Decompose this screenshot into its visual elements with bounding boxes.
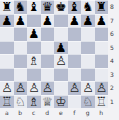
square-h5[interactable] bbox=[95, 41, 109, 55]
square-h8[interactable]: ♜ bbox=[95, 0, 109, 14]
square-a8[interactable]: ♜ bbox=[0, 0, 14, 14]
black-knight: ♞ bbox=[82, 0, 93, 13]
square-c2[interactable]: ♙ bbox=[27, 81, 41, 95]
white-bishop: ♗ bbox=[28, 54, 39, 67]
square-d1[interactable]: ♕ bbox=[41, 95, 55, 109]
square-f4[interactable] bbox=[68, 54, 82, 68]
square-e3[interactable] bbox=[54, 68, 68, 82]
black-pawn: ♟ bbox=[96, 14, 107, 27]
white-knight: ♘ bbox=[82, 95, 93, 108]
black-pawn: ♟ bbox=[82, 14, 93, 27]
rank-label-4: 4 bbox=[108, 54, 119, 68]
square-f7[interactable]: ♟ bbox=[68, 14, 82, 28]
square-b6[interactable] bbox=[14, 27, 28, 41]
rank-label-6: 6 bbox=[108, 27, 119, 41]
white-pawn: ♙ bbox=[96, 81, 107, 94]
square-g7[interactable]: ♟ bbox=[81, 14, 95, 28]
square-a1[interactable]: ♖ bbox=[0, 95, 14, 109]
rank-label-8: 8 bbox=[108, 0, 119, 14]
square-c7[interactable] bbox=[27, 14, 41, 28]
square-g1[interactable]: ♘ bbox=[81, 95, 95, 109]
square-b2[interactable]: ♙ bbox=[14, 81, 28, 95]
square-b7[interactable]: ♟ bbox=[14, 14, 28, 28]
square-d8[interactable]: ♛ bbox=[41, 0, 55, 14]
square-b8[interactable]: ♞ bbox=[14, 0, 28, 14]
square-e7[interactable] bbox=[54, 14, 68, 28]
rank-labels: 87654321 bbox=[108, 0, 119, 108]
square-h4[interactable] bbox=[95, 54, 109, 68]
square-g5[interactable] bbox=[81, 41, 95, 55]
white-pawn: ♙ bbox=[69, 81, 80, 94]
square-f5[interactable] bbox=[68, 41, 82, 55]
square-c5[interactable] bbox=[27, 41, 41, 55]
file-label-a: a bbox=[0, 108, 14, 120]
black-rook: ♜ bbox=[1, 0, 12, 13]
square-d6[interactable] bbox=[41, 27, 55, 41]
black-king: ♚ bbox=[55, 0, 66, 13]
square-c4[interactable]: ♗ bbox=[27, 54, 41, 68]
file-label-b: b bbox=[14, 108, 28, 120]
file-label-f: f bbox=[68, 108, 82, 120]
square-b1[interactable]: ♘ bbox=[14, 95, 28, 109]
square-g3[interactable] bbox=[81, 68, 95, 82]
black-pawn: ♟ bbox=[1, 14, 12, 27]
black-pawn: ♟ bbox=[69, 14, 80, 27]
white-rook: ♖ bbox=[96, 95, 107, 108]
white-rook: ♖ bbox=[1, 95, 12, 108]
square-c6[interactable]: ♟ bbox=[27, 27, 41, 41]
white-pawn: ♙ bbox=[82, 81, 93, 94]
square-e4[interactable]: ♙ bbox=[54, 54, 68, 68]
white-queen: ♕ bbox=[42, 95, 53, 108]
square-g4[interactable] bbox=[81, 54, 95, 68]
square-d2[interactable]: ♙ bbox=[41, 81, 55, 95]
square-f2[interactable]: ♙ bbox=[68, 81, 82, 95]
file-label-e: e bbox=[54, 108, 68, 120]
black-pawn: ♟ bbox=[28, 27, 39, 40]
white-pawn: ♙ bbox=[42, 81, 53, 94]
square-b5[interactable] bbox=[14, 41, 28, 55]
rank-label-1: 1 bbox=[108, 95, 119, 109]
square-h6[interactable] bbox=[95, 27, 109, 41]
file-labels: abcdefgh bbox=[0, 108, 108, 120]
square-d7[interactable]: ♟ bbox=[41, 14, 55, 28]
white-pawn: ♙ bbox=[28, 81, 39, 94]
file-label-h: h bbox=[95, 108, 109, 120]
square-e6[interactable] bbox=[54, 27, 68, 41]
square-g2[interactable]: ♙ bbox=[81, 81, 95, 95]
square-d4[interactable] bbox=[41, 54, 55, 68]
file-label-g: g bbox=[81, 108, 95, 120]
black-queen: ♛ bbox=[42, 0, 53, 13]
square-c3[interactable] bbox=[27, 68, 41, 82]
square-h3[interactable] bbox=[95, 68, 109, 82]
chessboard: ♜♞♝♛♚♝♞♜♟♟♟♟♟♟♟♟♗♙♙♙♙♙♙♙♙♖♘♗♕♔♘♖ bbox=[0, 0, 108, 108]
square-e1[interactable]: ♔ bbox=[54, 95, 68, 109]
chess-app: ♜♞♝♛♚♝♞♜♟♟♟♟♟♟♟♟♗♙♙♙♙♙♙♙♙♖♘♗♕♔♘♖ 8765432… bbox=[0, 0, 119, 120]
white-pawn: ♙ bbox=[15, 81, 26, 94]
square-d5[interactable] bbox=[41, 41, 55, 55]
square-e8[interactable]: ♚ bbox=[54, 0, 68, 14]
square-c8[interactable]: ♝ bbox=[27, 0, 41, 14]
square-e2[interactable] bbox=[54, 81, 68, 95]
square-f3[interactable] bbox=[68, 68, 82, 82]
square-g8[interactable]: ♞ bbox=[81, 0, 95, 14]
black-bishop: ♝ bbox=[28, 0, 39, 13]
corner-spacer bbox=[108, 108, 119, 120]
square-f6[interactable] bbox=[68, 27, 82, 41]
white-pawn: ♙ bbox=[55, 54, 66, 67]
square-a7[interactable]: ♟ bbox=[0, 14, 14, 28]
square-a4[interactable] bbox=[0, 54, 14, 68]
rank-label-5: 5 bbox=[108, 41, 119, 55]
square-a3[interactable] bbox=[0, 68, 14, 82]
white-bishop: ♗ bbox=[28, 95, 39, 108]
rank-label-7: 7 bbox=[108, 14, 119, 28]
black-knight: ♞ bbox=[15, 0, 26, 13]
square-b3[interactable] bbox=[14, 68, 28, 82]
square-h1[interactable]: ♖ bbox=[95, 95, 109, 109]
square-a5[interactable] bbox=[0, 41, 14, 55]
square-h2[interactable]: ♙ bbox=[95, 81, 109, 95]
black-pawn: ♟ bbox=[15, 14, 26, 27]
square-a6[interactable] bbox=[0, 27, 14, 41]
square-f8[interactable]: ♝ bbox=[68, 0, 82, 14]
white-knight: ♘ bbox=[15, 95, 26, 108]
file-label-c: c bbox=[27, 108, 41, 120]
black-pawn: ♟ bbox=[55, 41, 66, 54]
square-b4[interactable] bbox=[14, 54, 28, 68]
square-f1[interactable] bbox=[68, 95, 82, 109]
square-a2[interactable]: ♙ bbox=[0, 81, 14, 95]
white-king: ♔ bbox=[55, 95, 66, 108]
file-label-d: d bbox=[41, 108, 55, 120]
square-g6[interactable] bbox=[81, 27, 95, 41]
square-c1[interactable]: ♗ bbox=[27, 95, 41, 109]
rank-label-3: 3 bbox=[108, 68, 119, 82]
black-pawn: ♟ bbox=[42, 14, 53, 27]
square-d3[interactable] bbox=[41, 68, 55, 82]
black-bishop: ♝ bbox=[69, 0, 80, 13]
rank-label-2: 2 bbox=[108, 81, 119, 95]
square-e5[interactable]: ♟ bbox=[54, 41, 68, 55]
white-pawn: ♙ bbox=[1, 81, 12, 94]
square-h7[interactable]: ♟ bbox=[95, 14, 109, 28]
black-rook: ♜ bbox=[96, 0, 107, 13]
